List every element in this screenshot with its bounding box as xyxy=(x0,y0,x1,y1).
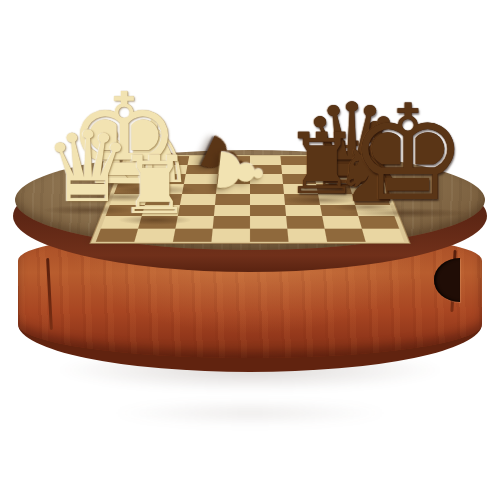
black-king: ♚ xyxy=(342,87,474,219)
board-square xyxy=(213,216,250,228)
board-square xyxy=(362,229,404,242)
board-square xyxy=(250,205,286,217)
board-square xyxy=(250,216,287,228)
board-square xyxy=(250,229,289,242)
board-square xyxy=(286,216,324,228)
board-square xyxy=(214,205,250,217)
board-square xyxy=(325,229,366,242)
white-rook: ♜ xyxy=(115,146,195,226)
board-square xyxy=(287,229,327,242)
box-soft-reflection xyxy=(110,400,390,426)
board-square xyxy=(211,229,250,242)
product-photo-scene: ♛♝♚♞♜♟♟♜♜♛♝♞♚ Product photo of a round m… xyxy=(0,0,500,500)
white-pawn-lying: ♟ xyxy=(207,139,273,205)
